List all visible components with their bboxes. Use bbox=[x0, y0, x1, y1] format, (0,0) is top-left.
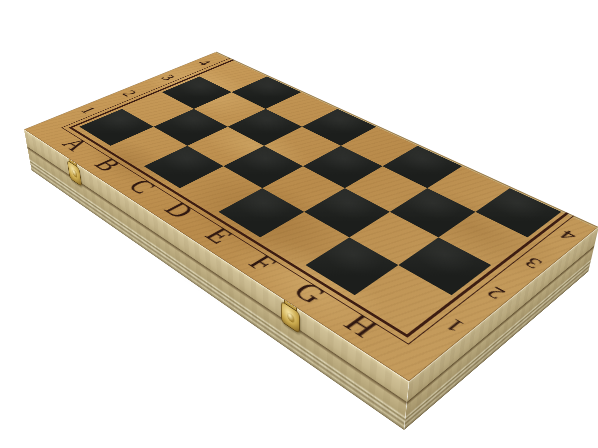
folding-chess-box: ABCDEFGH 4321 4321 bbox=[28, 71, 594, 407]
photo-scene: ABCDEFGH 4321 4321 bbox=[0, 0, 598, 448]
